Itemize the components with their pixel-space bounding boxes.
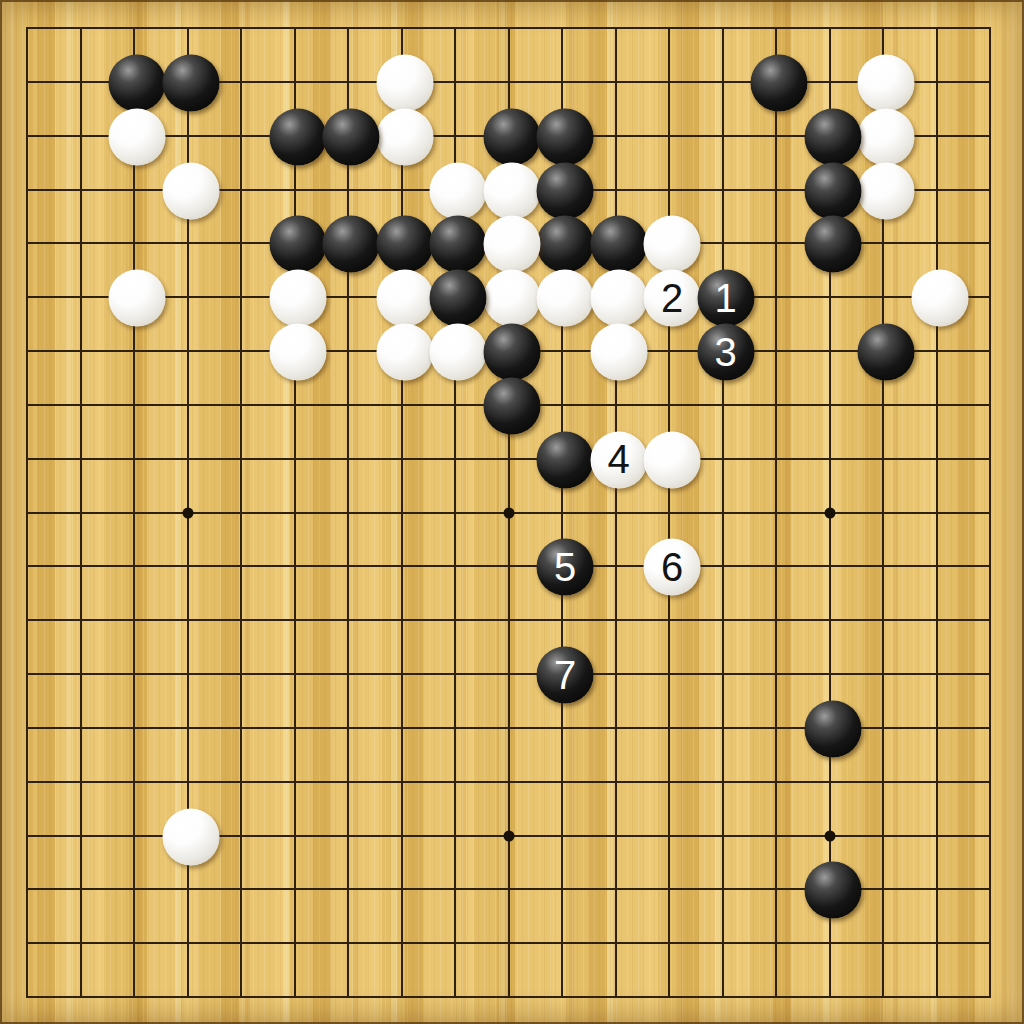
white-stone (376, 324, 433, 381)
black-stone (804, 216, 861, 273)
black-stone (269, 216, 326, 273)
white-stone (376, 270, 433, 327)
white-stone (858, 54, 915, 111)
white-stone-move-6: 6 (644, 539, 701, 596)
grid-line-horizontal (26, 996, 991, 998)
black-stone (804, 700, 861, 757)
white-stone (483, 162, 540, 219)
white-stone (483, 216, 540, 273)
star-point (503, 830, 514, 841)
black-stone-move-3: 3 (697, 324, 754, 381)
grid-line-vertical (615, 27, 617, 998)
grid-line-horizontal (26, 673, 991, 675)
grid-line-horizontal (26, 942, 991, 944)
white-stone (590, 270, 647, 327)
white-stone (537, 270, 594, 327)
black-stone (323, 108, 380, 165)
black-stone-move-1: 1 (697, 270, 754, 327)
black-stone (804, 108, 861, 165)
black-stone (804, 862, 861, 919)
black-stone (376, 216, 433, 273)
black-stone (537, 431, 594, 488)
white-stone (269, 324, 326, 381)
move-number-label: 2 (661, 277, 683, 319)
black-stone (483, 324, 540, 381)
white-stone (109, 108, 166, 165)
white-stone (376, 54, 433, 111)
grid-line-horizontal (26, 781, 991, 783)
grid-line-vertical (989, 27, 991, 998)
black-stone (162, 54, 219, 111)
move-number-label: 5 (554, 546, 576, 588)
black-stone (751, 54, 808, 111)
move-number-label: 1 (714, 277, 736, 319)
move-number-label: 4 (607, 439, 629, 481)
grid-line-horizontal (26, 565, 991, 567)
move-number-label: 3 (714, 331, 736, 373)
white-stone (430, 162, 487, 219)
go-board: 2134567 (0, 0, 1024, 1024)
white-stone-move-2: 2 (644, 270, 701, 327)
white-stone (430, 324, 487, 381)
black-stone (323, 216, 380, 273)
move-number-label: 6 (661, 546, 683, 588)
star-point (503, 507, 514, 518)
black-stone (269, 108, 326, 165)
black-stone (483, 377, 540, 434)
black-stone (590, 216, 647, 273)
grid-line-horizontal (26, 619, 991, 621)
white-stone-move-4: 4 (590, 431, 647, 488)
black-stone (804, 162, 861, 219)
move-number-label: 7 (554, 654, 576, 696)
black-stone-move-7: 7 (537, 647, 594, 704)
black-stone (430, 216, 487, 273)
white-stone (590, 324, 647, 381)
grid-line-vertical (775, 27, 777, 998)
white-stone (644, 216, 701, 273)
black-stone (483, 108, 540, 165)
white-stone (162, 162, 219, 219)
star-point (182, 507, 193, 518)
star-point (824, 830, 835, 841)
white-stone (162, 808, 219, 865)
white-stone (644, 431, 701, 488)
black-stone-move-5: 5 (537, 539, 594, 596)
white-stone (858, 162, 915, 219)
black-stone (109, 54, 166, 111)
black-stone (430, 270, 487, 327)
black-stone (537, 108, 594, 165)
grid-line-vertical (722, 27, 724, 998)
white-stone (911, 270, 968, 327)
grid-line-vertical (936, 27, 938, 998)
black-stone (537, 216, 594, 273)
white-stone (109, 270, 166, 327)
black-stone (858, 324, 915, 381)
go-diagram: 2134567 (0, 0, 1024, 1024)
white-stone (858, 108, 915, 165)
white-stone (376, 108, 433, 165)
white-stone (269, 270, 326, 327)
white-stone (483, 270, 540, 327)
star-point (824, 507, 835, 518)
black-stone (537, 162, 594, 219)
grid-line-vertical (668, 27, 670, 998)
